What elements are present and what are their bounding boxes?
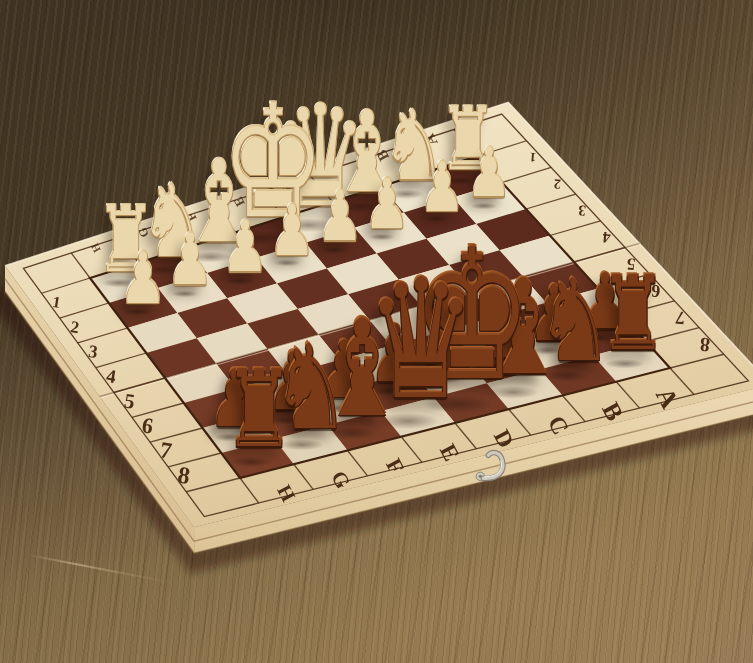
rank-label-8-right: 8	[699, 334, 711, 357]
rank-label-6-right: 6	[650, 281, 661, 302]
rank-label-3-right: 3	[578, 202, 587, 219]
chess-board: 1122334455667788AABBCCDDEEFFGGHH	[0, 0, 753, 663]
rank-label-4-right: 4	[602, 229, 611, 247]
rank-label-2-right: 2	[553, 176, 561, 192]
rank-label-5-right: 5	[626, 254, 636, 274]
rank-label-1-right: 1	[529, 150, 537, 166]
